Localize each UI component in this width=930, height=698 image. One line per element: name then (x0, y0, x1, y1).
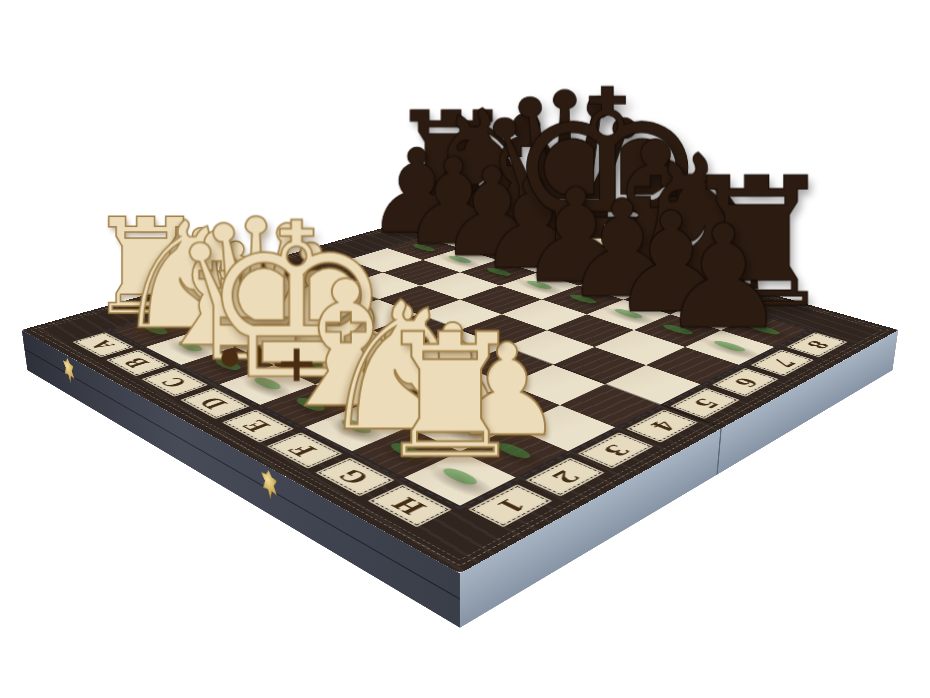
box-fold-line (716, 428, 721, 475)
chess-board: ABCDEFGH 87654321 ♜♞♝♛♚♝♞♜♟♟♟♟♟♟♟♟♟♟♟♟♟♟… (22, 206, 899, 573)
rank-label-5: 5 (670, 388, 740, 419)
rook-icon: ♜ (330, 310, 570, 482)
pawn-icon: ♟ (623, 207, 824, 350)
chess-set-photo: ABCDEFGH 87654321 ♜♞♝♛♚♝♞♜♟♟♟♟♟♟♟♟♟♟♟♟♟♟… (0, 0, 930, 698)
